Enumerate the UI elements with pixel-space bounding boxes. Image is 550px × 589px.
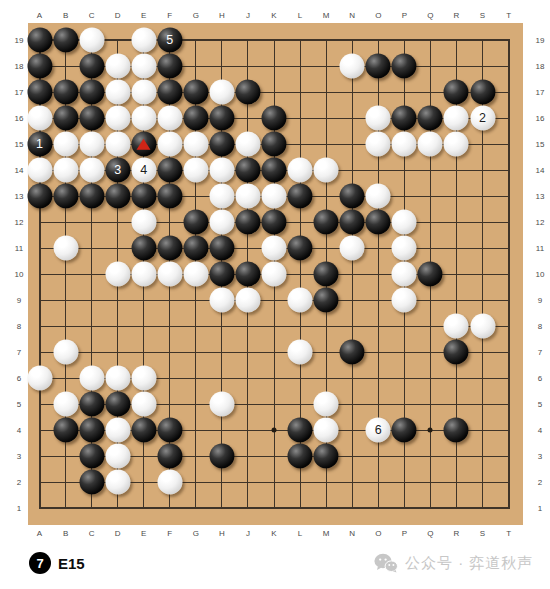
stone-black-J10[interactable] xyxy=(235,262,260,287)
stone-black-C3[interactable] xyxy=(79,444,104,469)
row-label-left: 19 xyxy=(15,36,24,45)
stone-white-D17[interactable] xyxy=(105,80,130,105)
column-label-top: T xyxy=(506,11,511,20)
column-label-top: H xyxy=(219,11,225,20)
stone-number-label: 6 xyxy=(375,424,382,437)
column-label-bottom: O xyxy=(375,529,381,538)
stone-white-O13[interactable] xyxy=(366,184,391,209)
stone-black-M3[interactable] xyxy=(314,444,339,469)
stone-black-F4[interactable] xyxy=(157,418,182,443)
column-label-bottom: D xyxy=(115,529,121,538)
stone-white-D3[interactable] xyxy=(105,444,130,469)
column-label-top: L xyxy=(298,11,302,20)
stone-black-D13[interactable] xyxy=(105,184,130,209)
stone-black-J17[interactable] xyxy=(235,80,260,105)
row-label-right: 3 xyxy=(538,452,542,461)
column-label-bottom: E xyxy=(141,529,146,538)
stone-black-E11[interactable] xyxy=(131,236,156,261)
stone-black-A17[interactable] xyxy=(27,80,52,105)
stone-white-E6[interactable] xyxy=(131,366,156,391)
stone-black-H3[interactable] xyxy=(209,444,234,469)
row-label-left: 15 xyxy=(15,140,24,149)
move-number-badge: 7 xyxy=(29,552,51,574)
column-label-top: A xyxy=(37,11,42,20)
stone-white-G10[interactable] xyxy=(183,262,208,287)
stone-white-S16[interactable]: 2 xyxy=(470,106,495,131)
stone-white-J13[interactable] xyxy=(235,184,260,209)
column-label-top: P xyxy=(402,11,407,20)
stone-white-D16[interactable] xyxy=(105,106,130,131)
stone-white-M5[interactable] xyxy=(314,392,339,417)
column-label-bottom: L xyxy=(298,529,302,538)
stone-black-K16[interactable] xyxy=(262,106,287,131)
stone-white-F10[interactable] xyxy=(157,262,182,287)
stone-white-D4[interactable] xyxy=(105,418,130,443)
stone-black-P4[interactable] xyxy=(392,418,417,443)
stone-black-B16[interactable] xyxy=(53,106,78,131)
row-label-left: 8 xyxy=(17,322,21,331)
stone-black-E15[interactable] xyxy=(131,132,156,157)
stone-black-B19[interactable] xyxy=(53,28,78,53)
row-label-left: 3 xyxy=(17,452,21,461)
stone-black-M10[interactable] xyxy=(314,262,339,287)
column-label-top: S xyxy=(480,11,485,20)
row-label-right: 1 xyxy=(538,504,542,513)
grid-line-horizontal xyxy=(39,326,510,327)
row-label-left: 18 xyxy=(15,62,24,71)
stone-white-E12[interactable] xyxy=(131,210,156,235)
stone-white-F16[interactable] xyxy=(157,106,182,131)
stone-black-H11[interactable] xyxy=(209,236,234,261)
stone-black-K15[interactable] xyxy=(262,132,287,157)
stone-white-K13[interactable] xyxy=(262,184,287,209)
stone-white-E5[interactable] xyxy=(131,392,156,417)
stone-black-C17[interactable] xyxy=(79,80,104,105)
stone-black-C5[interactable] xyxy=(79,392,104,417)
stone-black-R7[interactable] xyxy=(444,340,469,365)
column-label-bottom: J xyxy=(246,529,250,538)
stone-white-N18[interactable] xyxy=(340,54,365,79)
move-coordinate-label: E15 xyxy=(58,555,85,572)
stone-white-P15[interactable] xyxy=(392,132,417,157)
row-label-right: 8 xyxy=(538,322,542,331)
column-label-bottom: M xyxy=(323,529,330,538)
stone-black-M12[interactable] xyxy=(314,210,339,235)
stone-black-F3[interactable] xyxy=(157,444,182,469)
stone-white-E10[interactable] xyxy=(131,262,156,287)
column-label-top: R xyxy=(454,11,460,20)
row-label-left: 1 xyxy=(17,504,21,513)
stone-white-B14[interactable] xyxy=(53,158,78,183)
row-label-right: 16 xyxy=(536,114,545,123)
stone-white-C15[interactable] xyxy=(79,132,104,157)
stone-black-B4[interactable] xyxy=(53,418,78,443)
stone-black-B13[interactable] xyxy=(53,184,78,209)
page: AABBCCDDEEFFGGHHJJKKLLMMNNOOPPQQRRSSTT19… xyxy=(0,0,550,589)
stone-white-M4[interactable] xyxy=(314,418,339,443)
row-label-right: 5 xyxy=(538,400,542,409)
stone-black-E13[interactable] xyxy=(131,184,156,209)
row-label-left: 16 xyxy=(15,114,24,123)
column-label-top: Q xyxy=(427,11,433,20)
column-label-bottom: H xyxy=(219,529,225,538)
stone-white-L9[interactable] xyxy=(288,288,313,313)
row-label-left: 17 xyxy=(15,88,24,97)
grid-line-vertical xyxy=(508,39,510,509)
column-label-top: C xyxy=(89,11,95,20)
row-label-right: 15 xyxy=(536,140,545,149)
row-label-left: 2 xyxy=(17,478,21,487)
stone-black-Q10[interactable] xyxy=(418,262,443,287)
column-label-top: O xyxy=(375,11,381,20)
stone-white-R15[interactable] xyxy=(444,132,469,157)
stone-black-H15[interactable] xyxy=(209,132,234,157)
column-label-bottom: K xyxy=(271,529,276,538)
column-label-bottom: N xyxy=(349,529,355,538)
stone-white-D15[interactable] xyxy=(105,132,130,157)
row-label-right: 2 xyxy=(538,478,542,487)
stone-white-J15[interactable] xyxy=(235,132,260,157)
stone-white-P12[interactable] xyxy=(392,210,417,235)
stone-white-H17[interactable] xyxy=(209,80,234,105)
stone-black-D5[interactable] xyxy=(105,392,130,417)
row-label-left: 14 xyxy=(15,166,24,175)
column-label-bottom: B xyxy=(63,529,68,538)
stone-black-J14[interactable] xyxy=(235,158,260,183)
stone-black-H16[interactable] xyxy=(209,106,234,131)
stone-white-P11[interactable] xyxy=(392,236,417,261)
stone-white-D6[interactable] xyxy=(105,366,130,391)
stone-number-label: 5 xyxy=(166,34,173,47)
stone-white-R8[interactable] xyxy=(444,314,469,339)
row-label-left: 4 xyxy=(17,426,21,435)
stone-white-N11[interactable] xyxy=(340,236,365,261)
stone-black-F17[interactable] xyxy=(157,80,182,105)
row-label-left: 9 xyxy=(17,296,21,305)
stone-black-F18[interactable] xyxy=(157,54,182,79)
stone-number-label: 3 xyxy=(114,164,121,177)
column-label-bottom: C xyxy=(89,529,95,538)
row-label-right: 6 xyxy=(538,374,542,383)
stone-black-Q16[interactable] xyxy=(418,106,443,131)
column-label-top: J xyxy=(246,11,250,20)
stone-white-O16[interactable] xyxy=(366,106,391,131)
stone-black-O18[interactable] xyxy=(366,54,391,79)
stone-white-F2[interactable] xyxy=(157,470,182,495)
stone-black-R17[interactable] xyxy=(444,80,469,105)
column-label-bottom: T xyxy=(506,529,511,538)
stone-white-L7[interactable] xyxy=(288,340,313,365)
stone-white-B7[interactable] xyxy=(53,340,78,365)
stone-black-N12[interactable] xyxy=(340,210,365,235)
row-label-right: 17 xyxy=(536,88,545,97)
stone-white-C6[interactable] xyxy=(79,366,104,391)
row-label-left: 13 xyxy=(15,192,24,201)
stone-white-H13[interactable] xyxy=(209,184,234,209)
stone-black-L13[interactable] xyxy=(288,184,313,209)
row-label-left: 7 xyxy=(17,348,21,357)
grid-line-vertical xyxy=(352,39,353,509)
stone-white-H12[interactable] xyxy=(209,210,234,235)
row-label-left: 11 xyxy=(15,244,23,253)
stone-black-P18[interactable] xyxy=(392,54,417,79)
column-label-bottom: G xyxy=(193,529,199,538)
stone-white-E17[interactable] xyxy=(131,80,156,105)
stone-white-E16[interactable] xyxy=(131,106,156,131)
star-point xyxy=(428,428,433,433)
stone-black-G12[interactable] xyxy=(183,210,208,235)
row-label-left: 5 xyxy=(17,400,21,409)
column-label-bottom: S xyxy=(480,529,485,538)
wechat-icon xyxy=(374,553,398,573)
stone-black-S17[interactable] xyxy=(470,80,495,105)
row-label-right: 9 xyxy=(538,296,542,305)
stone-black-F11[interactable] xyxy=(157,236,182,261)
stone-white-G14[interactable] xyxy=(183,158,208,183)
row-label-left: 12 xyxy=(15,218,24,227)
row-label-right: 4 xyxy=(538,426,542,435)
stone-white-J9[interactable] xyxy=(235,288,260,313)
stone-black-L3[interactable] xyxy=(288,444,313,469)
stone-number-label: 1 xyxy=(36,138,43,151)
stone-black-H10[interactable] xyxy=(209,262,234,287)
stone-white-R16[interactable] xyxy=(444,106,469,131)
column-label-top: N xyxy=(349,11,355,20)
stone-white-E14[interactable]: 4 xyxy=(131,158,156,183)
column-label-bottom: R xyxy=(454,529,460,538)
stone-black-F19[interactable]: 5 xyxy=(157,28,182,53)
stone-black-L11[interactable] xyxy=(288,236,313,261)
stone-black-C16[interactable] xyxy=(79,106,104,131)
stone-number-label: 2 xyxy=(479,112,486,125)
stone-black-C18[interactable] xyxy=(79,54,104,79)
stone-black-F13[interactable] xyxy=(157,184,182,209)
stone-black-A19[interactable] xyxy=(27,28,52,53)
column-label-top: K xyxy=(271,11,276,20)
stone-black-C13[interactable] xyxy=(79,184,104,209)
row-label-left: 10 xyxy=(15,270,24,279)
column-label-top: D xyxy=(115,11,121,20)
stone-white-C14[interactable] xyxy=(79,158,104,183)
stone-white-A16[interactable] xyxy=(27,106,52,131)
stone-white-A14[interactable] xyxy=(27,158,52,183)
stone-black-A15[interactable]: 1 xyxy=(27,132,52,157)
stone-black-N13[interactable] xyxy=(340,184,365,209)
stone-black-N7[interactable] xyxy=(340,340,365,365)
stone-black-J12[interactable] xyxy=(235,210,260,235)
stone-black-O12[interactable] xyxy=(366,210,391,235)
stone-white-S8[interactable] xyxy=(470,314,495,339)
stone-black-L4[interactable] xyxy=(288,418,313,443)
stone-white-F15[interactable] xyxy=(157,132,182,157)
column-label-bottom: Q xyxy=(427,529,433,538)
stone-black-D14[interactable]: 3 xyxy=(105,158,130,183)
column-label-bottom: A xyxy=(37,529,42,538)
stone-black-G11[interactable] xyxy=(183,236,208,261)
stone-white-M14[interactable] xyxy=(314,158,339,183)
stone-white-K11[interactable] xyxy=(262,236,287,261)
stone-white-B5[interactable] xyxy=(53,392,78,417)
watermark: 公众号 · 弈道秋声 xyxy=(374,553,533,573)
stone-black-C2[interactable] xyxy=(79,470,104,495)
column-label-top: B xyxy=(63,11,68,20)
stone-black-K14[interactable] xyxy=(262,158,287,183)
stone-white-O15[interactable] xyxy=(366,132,391,157)
stone-white-D18[interactable] xyxy=(105,54,130,79)
stone-black-G16[interactable] xyxy=(183,106,208,131)
stone-black-C4[interactable] xyxy=(79,418,104,443)
row-label-right: 11 xyxy=(536,244,544,253)
row-label-right: 7 xyxy=(538,348,542,357)
stone-white-B11[interactable] xyxy=(53,236,78,261)
stone-white-O4[interactable]: 6 xyxy=(366,418,391,443)
stone-white-L14[interactable] xyxy=(288,158,313,183)
last-move-triangle-marker xyxy=(137,138,151,149)
stone-black-M9[interactable] xyxy=(314,288,339,313)
row-label-right: 14 xyxy=(536,166,545,175)
column-label-top: E xyxy=(141,11,146,20)
stone-black-B17[interactable] xyxy=(53,80,78,105)
row-label-right: 13 xyxy=(536,192,545,201)
stone-black-E4[interactable] xyxy=(131,418,156,443)
stone-white-H14[interactable] xyxy=(209,158,234,183)
stone-black-A13[interactable] xyxy=(27,184,52,209)
stone-black-A18[interactable] xyxy=(27,54,52,79)
stone-white-K10[interactable] xyxy=(262,262,287,287)
stone-white-C19[interactable] xyxy=(79,28,104,53)
stone-number-label: 4 xyxy=(140,164,147,177)
grid-line-horizontal xyxy=(39,300,510,301)
row-label-right: 10 xyxy=(536,270,545,279)
column-label-top: G xyxy=(193,11,199,20)
star-point xyxy=(272,428,277,433)
row-label-right: 12 xyxy=(536,218,545,227)
stone-black-F14[interactable] xyxy=(157,158,182,183)
stone-white-E18[interactable] xyxy=(131,54,156,79)
stone-white-D10[interactable] xyxy=(105,262,130,287)
stone-white-B15[interactable] xyxy=(53,132,78,157)
column-label-top: M xyxy=(323,11,330,20)
row-label-left: 6 xyxy=(17,374,21,383)
grid-line-horizontal xyxy=(39,507,510,509)
stone-black-G17[interactable] xyxy=(183,80,208,105)
stone-white-H5[interactable] xyxy=(209,392,234,417)
stone-white-D2[interactable] xyxy=(105,470,130,495)
stone-black-K12[interactable] xyxy=(262,210,287,235)
stone-white-A6[interactable] xyxy=(27,366,52,391)
column-label-top: F xyxy=(167,11,172,20)
stone-white-E19[interactable] xyxy=(131,28,156,53)
stone-black-R4[interactable] xyxy=(444,418,469,443)
stone-white-P9[interactable] xyxy=(392,288,417,313)
column-label-bottom: P xyxy=(402,529,407,538)
column-label-bottom: F xyxy=(167,529,172,538)
stone-white-Q15[interactable] xyxy=(418,132,443,157)
watermark-text: 公众号 · 弈道秋声 xyxy=(405,554,533,573)
row-label-right: 19 xyxy=(536,36,545,45)
grid-line-horizontal xyxy=(39,352,510,353)
row-label-right: 18 xyxy=(536,62,545,71)
stone-white-P10[interactable] xyxy=(392,262,417,287)
stone-black-P16[interactable] xyxy=(392,106,417,131)
stone-white-G15[interactable] xyxy=(183,132,208,157)
stone-white-H9[interactable] xyxy=(209,288,234,313)
